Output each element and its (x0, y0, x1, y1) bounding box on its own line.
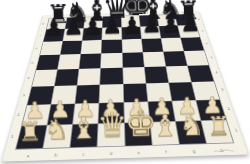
square-c1[interactable]: ♝ (71, 124, 98, 147)
square-f1[interactable]: ♝ (150, 122, 179, 145)
file-label-d: d (97, 151, 125, 156)
square-a6[interactable] (40, 41, 62, 55)
rank-label-1: 1 (234, 129, 238, 133)
square-f6[interactable] (142, 39, 163, 52)
square-e7[interactable]: ♟ (122, 27, 141, 39)
square-g6[interactable] (161, 38, 183, 51)
piece-white-queen[interactable]: ♛ (97, 108, 124, 142)
square-d6[interactable] (102, 40, 122, 54)
square-c4[interactable] (78, 69, 101, 86)
piece-black-pawn[interactable]: ♟ (121, 14, 140, 37)
rank-label-6: 6 (206, 43, 209, 45)
file-label-a: a (14, 154, 43, 159)
square-g5[interactable] (164, 51, 187, 66)
rank-label-5: 5 (31, 61, 34, 63)
file-label-c: c (69, 152, 97, 157)
square-h6[interactable] (181, 37, 204, 50)
square-e4[interactable] (123, 67, 145, 83)
square-g7[interactable]: ♟ (159, 26, 180, 38)
piece-black-pawn[interactable]: ♟ (43, 16, 62, 39)
square-e5[interactable] (122, 53, 143, 68)
square-d7[interactable]: ♟ (102, 27, 121, 39)
square-c5[interactable] (80, 54, 101, 69)
piece-white-knight[interactable]: ♞ (43, 116, 70, 145)
file-label-g: g (180, 149, 209, 154)
square-g4[interactable] (166, 66, 191, 82)
square-d1[interactable]: ♛ (98, 123, 124, 146)
square-d4[interactable] (100, 68, 122, 85)
square-h1[interactable]: ♜ (201, 120, 233, 143)
square-c7[interactable]: ♟ (83, 28, 102, 40)
square-f5[interactable] (143, 52, 165, 67)
square-c6[interactable] (81, 40, 101, 54)
rank-label-1: 1 (10, 135, 14, 139)
piece-white-bishop[interactable]: ♝ (70, 113, 97, 143)
square-e1[interactable]: ♚ (124, 123, 151, 146)
square-a5[interactable] (36, 55, 60, 70)
piece-black-pawn[interactable]: ♟ (82, 15, 101, 38)
piece-white-knight[interactable]: ♞ (178, 112, 205, 141)
square-b7[interactable]: ♟ (63, 29, 83, 41)
square-b1[interactable]: ♞ (43, 125, 72, 148)
square-h7[interactable]: ♟ (178, 25, 200, 37)
piece-white-king[interactable]: ♚ (124, 106, 151, 142)
square-f4[interactable] (144, 67, 168, 83)
rank-label-4: 4 (215, 72, 218, 75)
square-g1[interactable]: ♞ (176, 121, 206, 144)
square-d5[interactable] (101, 53, 122, 68)
chess-board: ♜♞♝♛♚♝♞♜♟♟♟♟♟♟♟♟♟♟♟♟♟♟♟♟♜♞♝♛♚♝♞♜ (15, 14, 234, 150)
square-e6[interactable] (122, 39, 142, 53)
square-b6[interactable] (61, 41, 82, 55)
square-a4[interactable] (32, 70, 57, 87)
piece-white-bishop[interactable]: ♝ (151, 111, 178, 141)
piece-black-pawn[interactable]: ♟ (102, 14, 121, 37)
rank-label-7: 7 (39, 35, 42, 37)
piece-black-pawn[interactable]: ♟ (160, 13, 179, 36)
piece-white-rook[interactable]: ♜ (16, 118, 43, 145)
vinyl-mat: abcdefgh abcdefgh 87654321 87654321 ♜♞♝♛… (2, 11, 248, 162)
piece-black-pawn[interactable]: ♟ (63, 15, 82, 38)
square-f7[interactable]: ♟ (140, 26, 160, 38)
piece-black-pawn[interactable]: ♟ (180, 12, 199, 35)
chess-set-photo: abcdefgh abcdefgh 87654321 87654321 ♜♞♝♛… (0, 0, 250, 164)
piece-white-rook[interactable]: ♜ (205, 113, 232, 140)
square-b5[interactable] (58, 54, 81, 69)
square-a1[interactable]: ♜ (16, 125, 46, 148)
piece-black-pawn[interactable]: ♟ (141, 13, 160, 36)
square-a7[interactable]: ♟ (44, 29, 65, 41)
square-h5[interactable] (184, 51, 208, 66)
brand-signature-icon (212, 148, 235, 154)
rank-label-4: 4 (27, 77, 30, 80)
file-label-f: f (152, 150, 180, 155)
rank-label-5: 5 (210, 56, 213, 58)
square-b4[interactable] (55, 69, 79, 86)
file-label-e: e (125, 151, 153, 156)
file-labels-bottom: abcdefgh (14, 148, 236, 159)
rank-label-6: 6 (35, 47, 38, 49)
file-label-b: b (42, 153, 70, 158)
rank-label-7: 7 (201, 30, 204, 32)
square-h4[interactable] (188, 65, 214, 81)
